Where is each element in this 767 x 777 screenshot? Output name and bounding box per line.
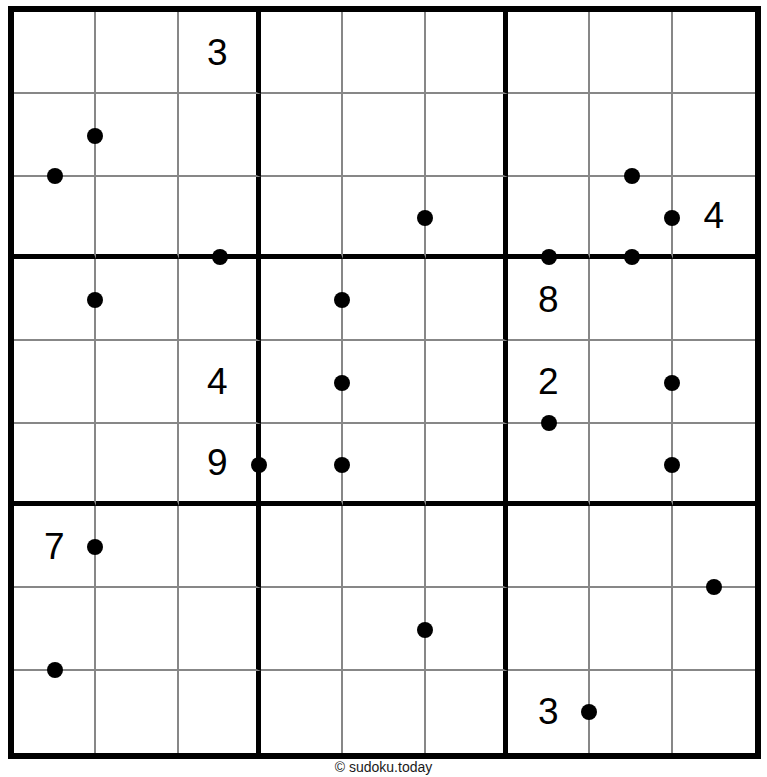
cell-r8c1	[14, 588, 96, 670]
cell-r6c2	[96, 424, 178, 506]
cell-r4c9	[673, 259, 755, 341]
cell-r7c2	[96, 506, 178, 588]
cell-r4c7: 8	[508, 259, 590, 341]
cell-r7c7	[508, 506, 590, 588]
cell-r1c8	[590, 12, 672, 94]
cell-r5c6	[426, 341, 508, 423]
cell-r3c4	[261, 177, 343, 259]
cell-r4c3	[179, 259, 261, 341]
cell-r8c8	[590, 588, 672, 670]
given-digit: 4	[704, 197, 725, 234]
cell-r2c8	[590, 94, 672, 176]
cell-r1c9	[673, 12, 755, 94]
cell-r9c1	[14, 671, 96, 753]
cell-r9c9	[673, 671, 755, 753]
cell-r9c3	[179, 671, 261, 753]
cell-r5c2	[96, 341, 178, 423]
cell-r6c5	[343, 424, 425, 506]
cell-r6c4	[261, 424, 343, 506]
cell-r2c5	[343, 94, 425, 176]
cell-r2c9	[673, 94, 755, 176]
cell-r2c1	[14, 94, 96, 176]
cell-r3c7	[508, 177, 590, 259]
cell-r6c3: 9	[179, 424, 261, 506]
cell-r1c7	[508, 12, 590, 94]
cell-r9c6	[426, 671, 508, 753]
cell-r8c9	[673, 588, 755, 670]
cell-r3c6	[426, 177, 508, 259]
cell-r9c7: 3	[508, 671, 590, 753]
cell-r7c4	[261, 506, 343, 588]
cell-r5c8	[590, 341, 672, 423]
cell-r2c4	[261, 94, 343, 176]
cell-r1c1	[14, 12, 96, 94]
cell-r7c1: 7	[14, 506, 96, 588]
cell-r3c3	[179, 177, 261, 259]
cell-r1c2	[96, 12, 178, 94]
cell-r1c6	[426, 12, 508, 94]
copyright-text: © sudoku.today	[0, 759, 767, 775]
cell-r7c5	[343, 506, 425, 588]
cell-r2c6	[426, 94, 508, 176]
cell-r8c4	[261, 588, 343, 670]
given-digit: 9	[207, 444, 228, 481]
cell-r1c3: 3	[179, 12, 261, 94]
cell-r5c1	[14, 341, 96, 423]
sudoku-board: 34842973	[8, 6, 761, 759]
cell-r3c9: 4	[673, 177, 755, 259]
cell-r6c8	[590, 424, 672, 506]
cell-r3c1	[14, 177, 96, 259]
cell-r4c8	[590, 259, 672, 341]
cell-r1c4	[261, 12, 343, 94]
given-digit: 3	[538, 693, 559, 730]
cell-r5c4	[261, 341, 343, 423]
cell-r3c2	[96, 177, 178, 259]
cell-r5c3: 4	[179, 341, 261, 423]
given-digit: 4	[207, 363, 228, 400]
cell-r9c4	[261, 671, 343, 753]
cell-r4c6	[426, 259, 508, 341]
given-digit: 3	[207, 34, 228, 71]
cell-r8c3	[179, 588, 261, 670]
cell-r6c6	[426, 424, 508, 506]
cell-r8c5	[343, 588, 425, 670]
cell-r9c8	[590, 671, 672, 753]
given-digit: 8	[538, 281, 559, 318]
cell-r7c9	[673, 506, 755, 588]
cell-r3c8	[590, 177, 672, 259]
cell-r4c4	[261, 259, 343, 341]
cell-r2c2	[96, 94, 178, 176]
cell-r2c3	[179, 94, 261, 176]
cell-r6c1	[14, 424, 96, 506]
cell-r8c2	[96, 588, 178, 670]
cell-r7c6	[426, 506, 508, 588]
cell-r3c5	[343, 177, 425, 259]
cell-r4c1	[14, 259, 96, 341]
cell-r9c2	[96, 671, 178, 753]
cell-r4c2	[96, 259, 178, 341]
cell-r6c7	[508, 424, 590, 506]
cell-r7c8	[590, 506, 672, 588]
cell-r4c5	[343, 259, 425, 341]
cell-r8c7	[508, 588, 590, 670]
cell-r5c5	[343, 341, 425, 423]
cell-r7c3	[179, 506, 261, 588]
cell-r2c7	[508, 94, 590, 176]
cell-r8c6	[426, 588, 508, 670]
cell-r5c7: 2	[508, 341, 590, 423]
cells-layer: 34842973	[14, 12, 755, 753]
cell-r5c9	[673, 341, 755, 423]
given-digit: 7	[44, 528, 65, 565]
cell-r1c5	[343, 12, 425, 94]
cell-r9c5	[343, 671, 425, 753]
cell-r6c9	[673, 424, 755, 506]
given-digit: 2	[538, 363, 559, 400]
